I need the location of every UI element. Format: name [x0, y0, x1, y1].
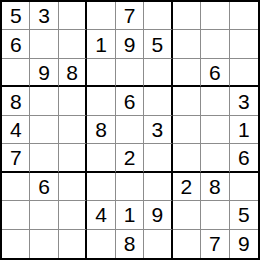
sudoku-cell[interactable]: 8: [59, 59, 87, 87]
sudoku-cell[interactable]: [30, 116, 58, 144]
sudoku-cell[interactable]: [2, 59, 30, 87]
sudoku-cell[interactable]: [173, 230, 201, 258]
sudoku-cell[interactable]: [59, 116, 87, 144]
sudoku-cell[interactable]: 7: [116, 2, 144, 30]
sudoku-cell[interactable]: [87, 87, 115, 115]
sudoku-cell[interactable]: [230, 173, 258, 201]
sudoku-cell[interactable]: [87, 144, 115, 172]
sudoku-cell[interactable]: [30, 30, 58, 58]
sudoku-cell[interactable]: [173, 116, 201, 144]
sudoku-cell[interactable]: 2: [116, 144, 144, 172]
sudoku-cell[interactable]: 6: [230, 144, 258, 172]
sudoku-cell[interactable]: 6: [2, 30, 30, 58]
sudoku-cell[interactable]: [201, 116, 229, 144]
sudoku-cell[interactable]: [30, 230, 58, 258]
sudoku-cell[interactable]: [173, 30, 201, 58]
sudoku-cell[interactable]: [230, 30, 258, 58]
sudoku-cell[interactable]: [59, 230, 87, 258]
sudoku-cell[interactable]: 8: [87, 116, 115, 144]
sudoku-cell[interactable]: [59, 173, 87, 201]
sudoku-cell[interactable]: 6: [201, 59, 229, 87]
sudoku-cell[interactable]: [144, 144, 172, 172]
sudoku-cell[interactable]: 1: [116, 201, 144, 229]
sudoku-cell[interactable]: [173, 201, 201, 229]
sudoku-cell[interactable]: 4: [87, 201, 115, 229]
sudoku-cell[interactable]: 3: [30, 2, 58, 30]
sudoku-cell[interactable]: [201, 30, 229, 58]
sudoku-cell[interactable]: [144, 87, 172, 115]
sudoku-cell[interactable]: [201, 87, 229, 115]
sudoku-board: 537619598686348317266284195879: [0, 0, 260, 260]
sudoku-cell[interactable]: 5: [2, 2, 30, 30]
sudoku-cell[interactable]: [87, 173, 115, 201]
sudoku-cell[interactable]: [87, 59, 115, 87]
sudoku-cell[interactable]: [2, 173, 30, 201]
sudoku-cell[interactable]: 5: [144, 30, 172, 58]
sudoku-cell[interactable]: [59, 144, 87, 172]
sudoku-cell[interactable]: 8: [116, 230, 144, 258]
sudoku-cell[interactable]: 9: [116, 30, 144, 58]
sudoku-cell[interactable]: [201, 2, 229, 30]
sudoku-cell[interactable]: [2, 201, 30, 229]
sudoku-cell[interactable]: [30, 201, 58, 229]
sudoku-cell[interactable]: [59, 2, 87, 30]
sudoku-cell[interactable]: 5: [230, 201, 258, 229]
sudoku-cell[interactable]: [87, 230, 115, 258]
sudoku-cell[interactable]: 3: [230, 87, 258, 115]
sudoku-cell[interactable]: 6: [116, 87, 144, 115]
sudoku-cell[interactable]: [144, 173, 172, 201]
sudoku-cell[interactable]: [201, 201, 229, 229]
sudoku-cell[interactable]: [59, 201, 87, 229]
sudoku-cell[interactable]: [144, 2, 172, 30]
sudoku-cell[interactable]: [2, 230, 30, 258]
sudoku-cell[interactable]: [116, 173, 144, 201]
sudoku-cell[interactable]: 1: [87, 30, 115, 58]
sudoku-cell[interactable]: 4: [2, 116, 30, 144]
sudoku-cell[interactable]: [201, 144, 229, 172]
sudoku-cell[interactable]: 8: [201, 173, 229, 201]
sudoku-cell[interactable]: [144, 59, 172, 87]
sudoku-cell[interactable]: [230, 2, 258, 30]
sudoku-cell[interactable]: [173, 87, 201, 115]
sudoku-cell[interactable]: 2: [173, 173, 201, 201]
sudoku-cell[interactable]: 8: [2, 87, 30, 115]
sudoku-cell[interactable]: [173, 59, 201, 87]
sudoku-cell[interactable]: [144, 230, 172, 258]
sudoku-cell[interactable]: [116, 116, 144, 144]
sudoku-cell[interactable]: 7: [201, 230, 229, 258]
sudoku-cell[interactable]: [230, 59, 258, 87]
sudoku-cell[interactable]: 7: [2, 144, 30, 172]
sudoku-cell[interactable]: [30, 87, 58, 115]
sudoku-cell[interactable]: 1: [230, 116, 258, 144]
sudoku-cell[interactable]: 9: [230, 230, 258, 258]
sudoku-cell[interactable]: [87, 2, 115, 30]
sudoku-cell[interactable]: [173, 144, 201, 172]
sudoku-cell[interactable]: 6: [30, 173, 58, 201]
sudoku-cell[interactable]: 3: [144, 116, 172, 144]
sudoku-cell[interactable]: [173, 2, 201, 30]
sudoku-cell[interactable]: [116, 59, 144, 87]
sudoku-cell[interactable]: [30, 144, 58, 172]
sudoku-cell[interactable]: 9: [30, 59, 58, 87]
sudoku-cell[interactable]: [59, 87, 87, 115]
sudoku-cell[interactable]: [59, 30, 87, 58]
sudoku-cell[interactable]: 9: [144, 201, 172, 229]
